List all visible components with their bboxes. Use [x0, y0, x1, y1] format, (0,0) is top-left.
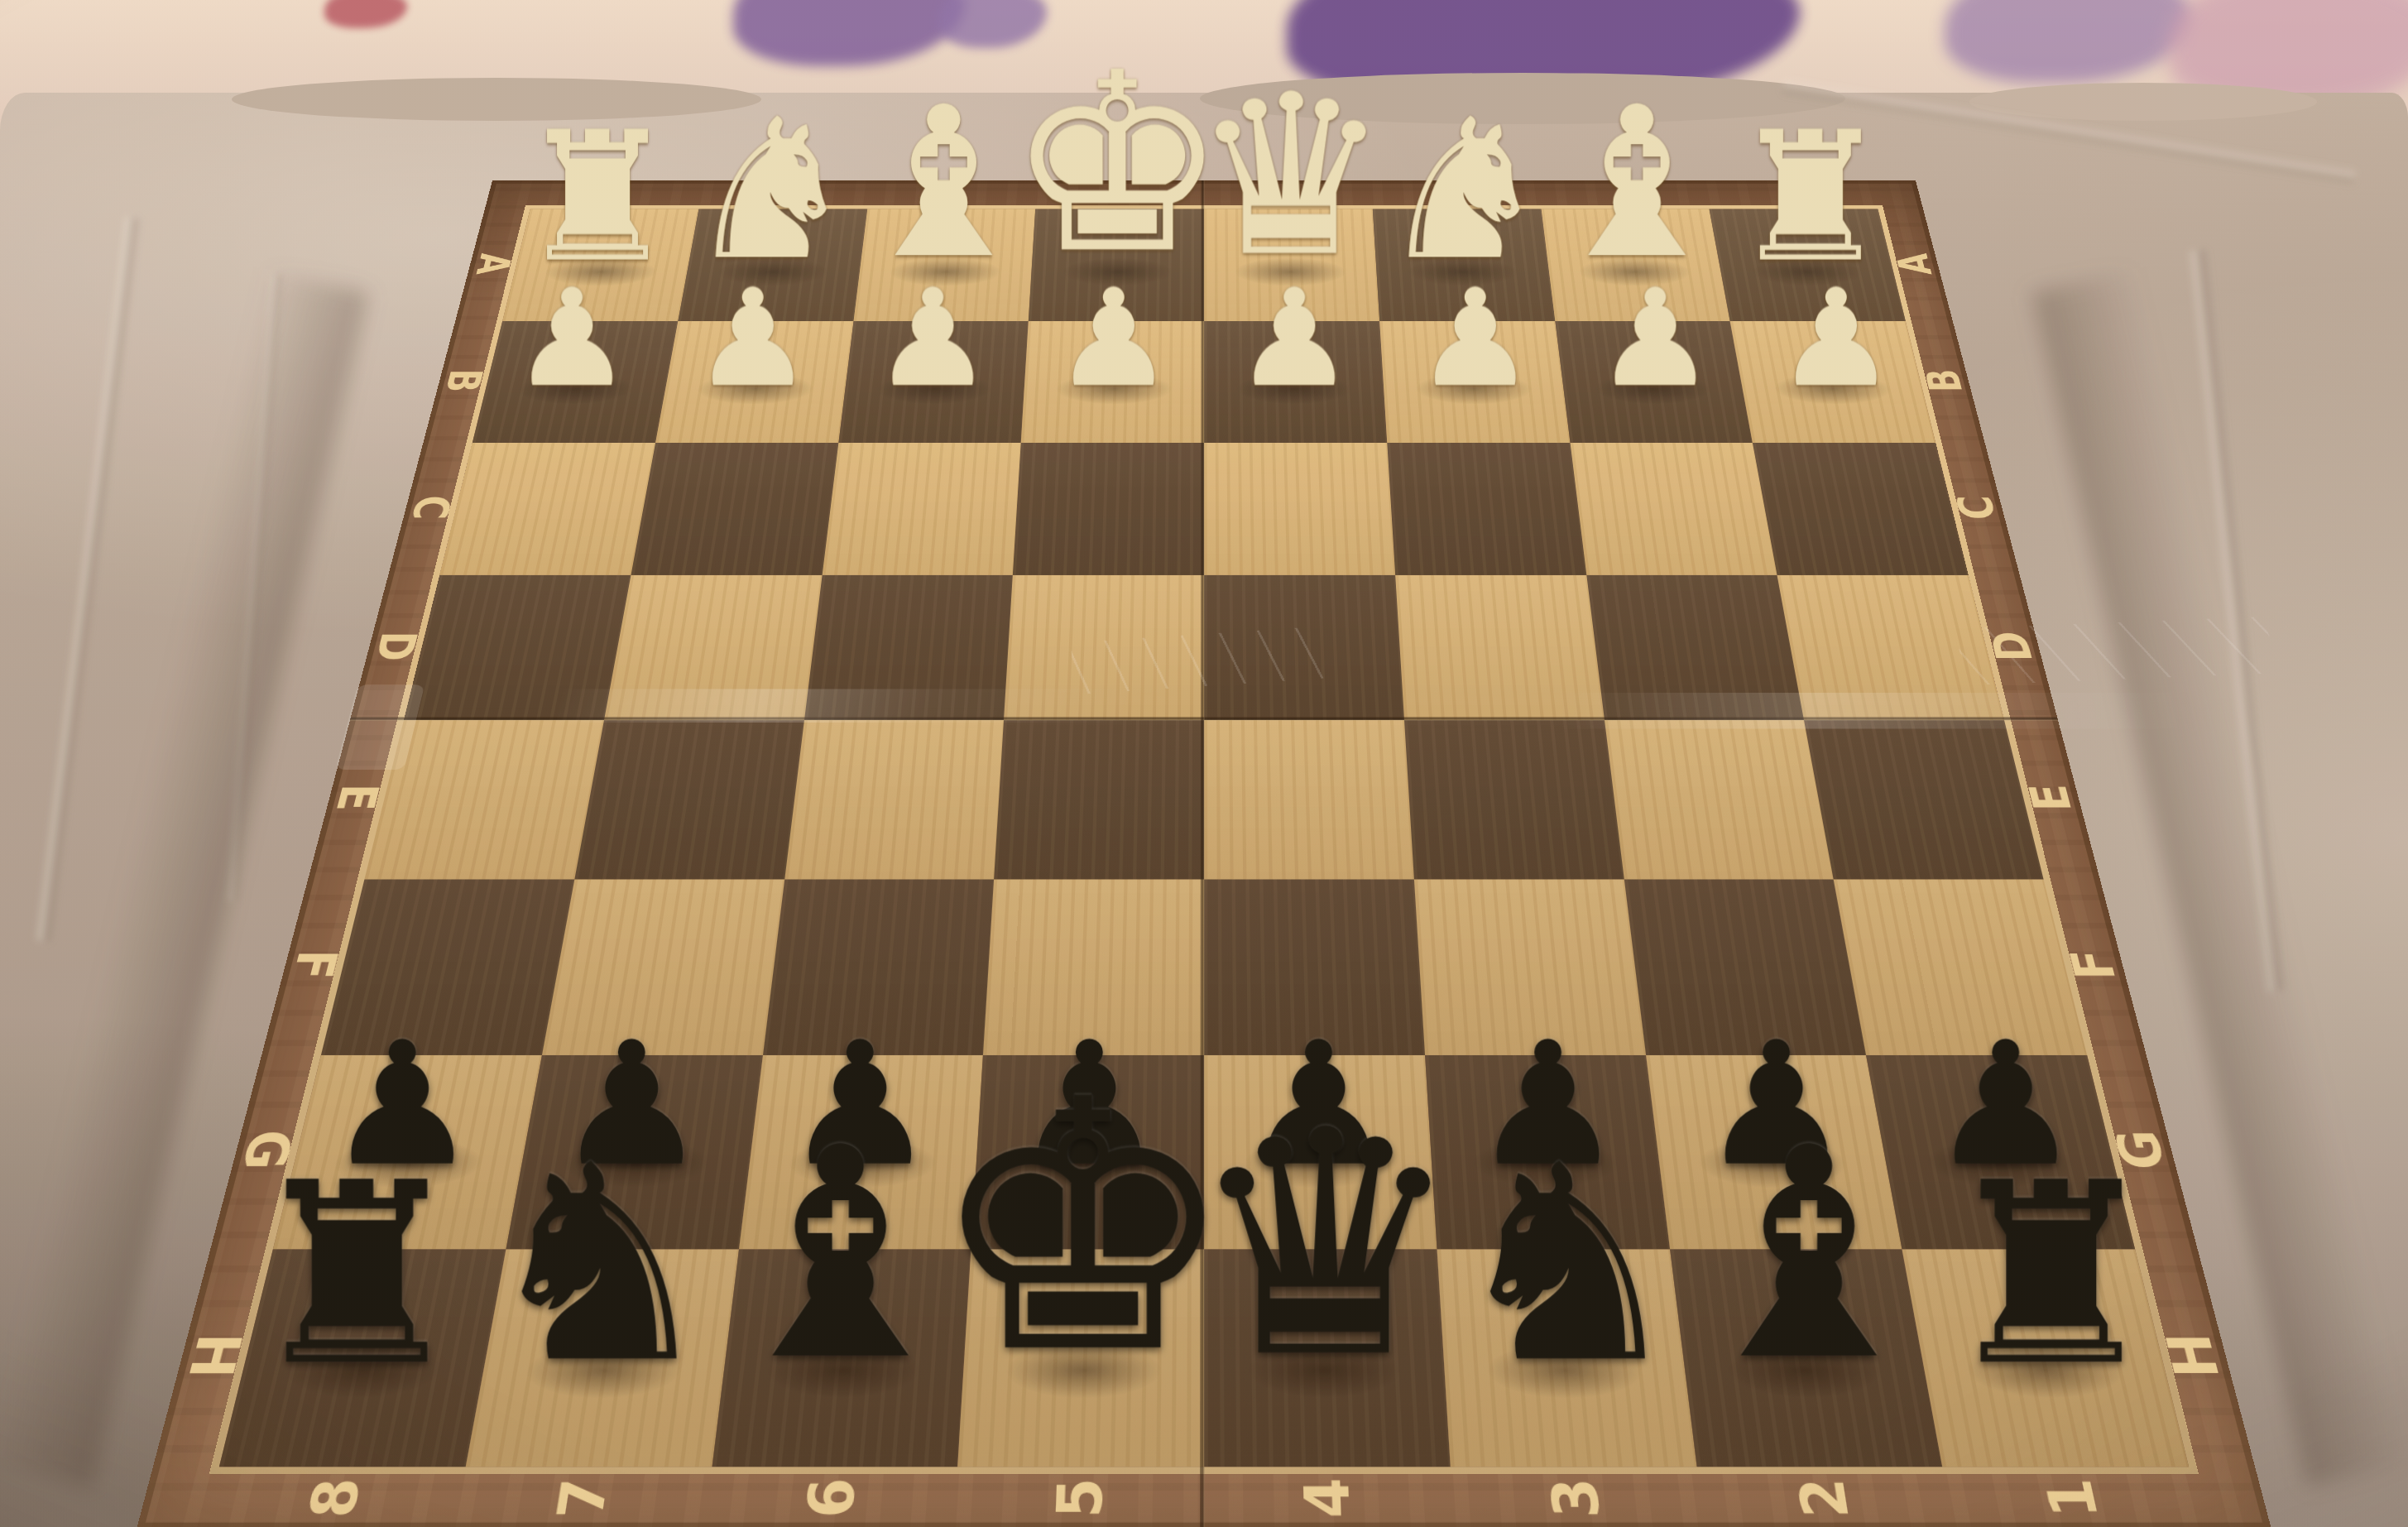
- white-pawn[interactable]: ♟: [873, 271, 994, 406]
- white-knight[interactable]: ♞: [1377, 94, 1551, 287]
- white-pawn[interactable]: ♟: [1053, 271, 1174, 406]
- black-bishop[interactable]: ♝: [1679, 1110, 1940, 1400]
- black-rook[interactable]: ♜: [244, 1150, 468, 1400]
- row-label-right-C: C: [1947, 490, 2007, 526]
- perspective-scene: ♜♞♝♚♛♞♝♜♟♟♟♟♟♟♟♟♟♟♟♟♟♟♟♟♜♞♝♚♛♞♝♜ ABCDEFG…: [0, 0, 2408, 1527]
- chess-board: ♜♞♝♚♛♞♝♜♟♟♟♟♟♟♟♟♟♟♟♟♟♟♟♟♜♞♝♚♛♞♝♜ ABCDEFG…: [137, 180, 2271, 1527]
- white-pawn[interactable]: ♟: [692, 271, 813, 406]
- row-label-right-B: B: [1916, 364, 1973, 396]
- square-H2[interactable]: ♝: [1670, 1250, 1943, 1467]
- square-H5[interactable]: ♚: [957, 1250, 1204, 1467]
- square-H8[interactable]: ♜: [219, 1250, 506, 1467]
- white-pawn[interactable]: ♟: [1776, 271, 1897, 406]
- black-rook[interactable]: ♜: [1939, 1150, 2163, 1400]
- photo-of-chessboard-on-bed: ♜♞♝♚♛♞♝♜♟♟♟♟♟♟♟♟♟♟♟♟♟♟♟♟♜♞♝♚♛♞♝♜ ABCDEFG…: [0, 0, 2408, 1527]
- square-H1[interactable]: ♜: [1902, 1250, 2189, 1467]
- square-H3[interactable]: ♞: [1437, 1250, 1696, 1467]
- black-knight[interactable]: ♞: [477, 1130, 720, 1400]
- row-label-left-B: B: [435, 364, 492, 396]
- white-bishop[interactable]: ♝: [1544, 79, 1730, 287]
- white-pawn[interactable]: ♟: [1415, 271, 1536, 406]
- black-knight[interactable]: ♞: [1446, 1130, 1688, 1400]
- square-H4[interactable]: ♛: [1204, 1250, 1451, 1467]
- white-pawn[interactable]: ♟: [1234, 271, 1355, 406]
- white-queen[interactable]: ♛: [1191, 65, 1390, 287]
- white-pawn[interactable]: ♟: [511, 271, 632, 406]
- white-knight[interactable]: ♞: [684, 94, 858, 287]
- black-queen[interactable]: ♛: [1186, 1090, 1464, 1400]
- square-H7[interactable]: ♞: [465, 1250, 738, 1467]
- white-pawn[interactable]: ♟: [1595, 271, 1716, 406]
